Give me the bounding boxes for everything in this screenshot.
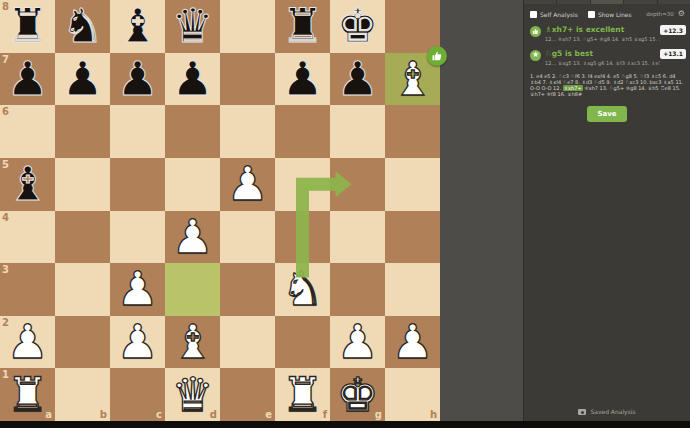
entry-line[interactable]: 12... ♔xh7 13. ♘g5+ ♔g8 14. ♕h5 ♕xg5 15.… [545, 36, 660, 43]
square-d3[interactable] [165, 263, 220, 316]
show-lines-checkbox[interactable] [588, 11, 595, 18]
square-e1[interactable]: e [220, 368, 275, 421]
square-e8[interactable] [220, 0, 275, 53]
gear-icon[interactable]: ⚙ [678, 10, 685, 18]
square-b2[interactable] [55, 316, 110, 369]
file-label: e [265, 409, 272, 420]
entry-line[interactable]: 12... ♕xg5 13. ♗xg5 g6 14. ♕f3 ♗xc3 15. … [545, 60, 660, 67]
square-a6[interactable]: 6 [0, 105, 55, 158]
square-f1[interactable]: f♜ [275, 368, 330, 421]
file-label: g [375, 409, 382, 420]
rank-label: 1 [2, 369, 9, 380]
square-e5[interactable]: ♟ [220, 158, 275, 211]
analysis-entry-excellent[interactable]: ♗xh7+ is excellent 12... ♔xh7 13. ♘g5+ ♔… [524, 22, 690, 46]
square-e6[interactable] [220, 105, 275, 158]
tab-segment[interactable] [658, 0, 690, 4]
square-d8[interactable]: ♛ [165, 0, 220, 53]
square-c1[interactable]: c [110, 368, 165, 421]
square-d1[interactable]: d♛ [165, 368, 220, 421]
white-pawn-g2[interactable]: ♟ [330, 316, 385, 369]
square-c4[interactable] [110, 211, 165, 264]
background-gap [440, 0, 523, 421]
square-h3[interactable] [385, 263, 440, 316]
square-g5[interactable] [330, 158, 385, 211]
square-a1[interactable]: 1a♜ [0, 368, 55, 421]
square-a5[interactable]: 5♝ [0, 158, 55, 211]
black-pawn-f7[interactable]: ♟ [275, 53, 330, 106]
white-knight-f3[interactable]: ♞ [275, 263, 330, 316]
depth-indicator: depth=30 [646, 11, 674, 17]
square-c2[interactable]: ♟ [110, 316, 165, 369]
show-lines-label: Show Lines [598, 11, 632, 18]
file-label: f [323, 409, 327, 420]
square-f5[interactable] [275, 158, 330, 211]
square-h4[interactable] [385, 211, 440, 264]
square-f2[interactable] [275, 316, 330, 369]
square-f4[interactable] [275, 211, 330, 264]
tab-segment[interactable] [624, 0, 656, 4]
file-label: h [430, 409, 437, 420]
square-d2[interactable]: ♝ [165, 316, 220, 369]
bottom-bar [0, 421, 690, 428]
square-g3[interactable] [330, 263, 385, 316]
black-pawn-d7[interactable]: ♟ [165, 53, 220, 106]
app-window: 8♜♞♝♛♜♚7♟♟♟♟♟♟♝65♝♟4♟3♟♞2♟♟♝♟♟1a♜bcd♛ef♜… [0, 0, 690, 428]
game-move-list[interactable]: 1. e4 e5 2. ♘c3 ♘f6 3. f4 exf4 4. e5 ♘g8… [530, 73, 686, 97]
square-f6[interactable] [275, 105, 330, 158]
square-d5[interactable] [165, 158, 220, 211]
black-bishop-c8[interactable]: ♝ [110, 0, 165, 53]
square-c3[interactable]: ♟ [110, 263, 165, 316]
rank-label: 4 [2, 212, 9, 223]
tab-segment[interactable] [524, 0, 556, 4]
square-a2[interactable]: 2♟ [0, 316, 55, 369]
file-label: a [45, 409, 52, 420]
white-pawn-e5[interactable]: ♟ [220, 158, 275, 211]
black-knight-b8[interactable]: ♞ [55, 0, 110, 53]
black-queen-d8[interactable]: ♛ [165, 0, 220, 53]
save-button[interactable]: Save [587, 106, 626, 122]
square-d7[interactable]: ♟ [165, 53, 220, 106]
square-g7[interactable]: ♟ [330, 53, 385, 106]
square-e4[interactable] [220, 211, 275, 264]
white-pawn-h2[interactable]: ♟ [385, 316, 440, 369]
square-g8[interactable]: ♚ [330, 0, 385, 53]
square-a7[interactable]: 7♟ [0, 53, 55, 106]
square-e3[interactable] [220, 263, 275, 316]
black-pawn-c7[interactable]: ♟ [110, 53, 165, 106]
tab-segment[interactable] [557, 0, 589, 4]
square-g2[interactable]: ♟ [330, 316, 385, 369]
square-e2[interactable] [220, 316, 275, 369]
square-f8[interactable]: ♜ [275, 0, 330, 53]
white-bishop-d2[interactable]: ♝ [165, 316, 220, 369]
file-label: b [100, 409, 107, 420]
analysis-controls: Self Analysis Show Lines depth=30 ⚙ [524, 4, 690, 22]
square-g4[interactable] [330, 211, 385, 264]
analysis-sidebar: Self Analysis Show Lines depth=30 ⚙ ♗xh7… [523, 0, 690, 421]
square-b8[interactable]: ♞ [55, 0, 110, 53]
square-c6[interactable] [110, 105, 165, 158]
rank-label: 3 [2, 264, 9, 275]
square-a4[interactable]: 4 [0, 211, 55, 264]
square-g6[interactable] [330, 105, 385, 158]
square-b1[interactable]: b [55, 368, 110, 421]
thumbs-up-icon [530, 26, 541, 37]
square-e7[interactable] [220, 53, 275, 106]
square-d6[interactable] [165, 105, 220, 158]
thumbs-up-icon [431, 50, 443, 62]
square-a8[interactable]: 8♜ [0, 0, 55, 53]
square-d4[interactable]: ♟ [165, 211, 220, 264]
file-label: c [156, 409, 162, 420]
rank-label: 8 [2, 1, 9, 12]
black-pawn-g7[interactable]: ♟ [330, 53, 385, 106]
square-a3[interactable]: 3 [0, 263, 55, 316]
square-b6[interactable] [55, 105, 110, 158]
file-label: d [210, 409, 217, 420]
self-analysis-label: Self Analysis [540, 11, 578, 18]
rank-label: 7 [2, 54, 9, 65]
entry-title: ♘g5 is best [545, 49, 660, 58]
black-rook-f8[interactable]: ♜ [275, 0, 330, 53]
square-b5[interactable] [55, 158, 110, 211]
square-f3[interactable]: ♞ [275, 263, 330, 316]
square-f7[interactable]: ♟ [275, 53, 330, 106]
sidebar-tab-strip[interactable] [524, 0, 690, 4]
white-pawn-d4[interactable]: ♟ [165, 211, 220, 264]
square-c8[interactable]: ♝ [110, 0, 165, 53]
square-b3[interactable] [55, 263, 110, 316]
self-analysis-checkbox[interactable] [530, 11, 537, 18]
square-c7[interactable]: ♟ [110, 53, 165, 106]
square-h8[interactable] [385, 0, 440, 53]
black-pawn-b7[interactable]: ♟ [55, 53, 110, 106]
saved-analysis-icon [578, 409, 586, 415]
excellent-move-badge [427, 46, 447, 66]
rank-label: 2 [2, 317, 9, 328]
eval-badge: +12.3 [660, 25, 686, 35]
saved-analysis-footer[interactable]: Saved Analysis [524, 408, 690, 415]
white-pawn-c2[interactable]: ♟ [110, 316, 165, 369]
square-h2[interactable]: ♟ [385, 316, 440, 369]
square-h5[interactable] [385, 158, 440, 211]
eval-badge: +13.1 [660, 49, 686, 59]
rank-label: 6 [2, 106, 9, 117]
square-b4[interactable] [55, 211, 110, 264]
square-b7[interactable]: ♟ [55, 53, 110, 106]
best-move-star-icon: ★ [530, 50, 541, 61]
tab-segment-active[interactable] [591, 0, 623, 4]
square-h6[interactable] [385, 105, 440, 158]
square-c5[interactable] [110, 158, 165, 211]
entry-title: ♗xh7+ is excellent [545, 25, 660, 34]
rank-label: 5 [2, 159, 9, 170]
square-h1[interactable]: h [385, 368, 440, 421]
white-pawn-c3[interactable]: ♟ [110, 263, 165, 316]
chess-board[interactable]: 8♜♞♝♛♜♚7♟♟♟♟♟♟♝65♝♟4♟3♟♞2♟♟♝♟♟1a♜bcd♛ef♜… [0, 0, 440, 421]
square-g1[interactable]: g♚ [330, 368, 385, 421]
analysis-entry-best[interactable]: ★ ♘g5 is best 12... ♕xg5 13. ♗xg5 g6 14.… [524, 46, 690, 70]
black-king-g8[interactable]: ♚ [330, 0, 385, 53]
